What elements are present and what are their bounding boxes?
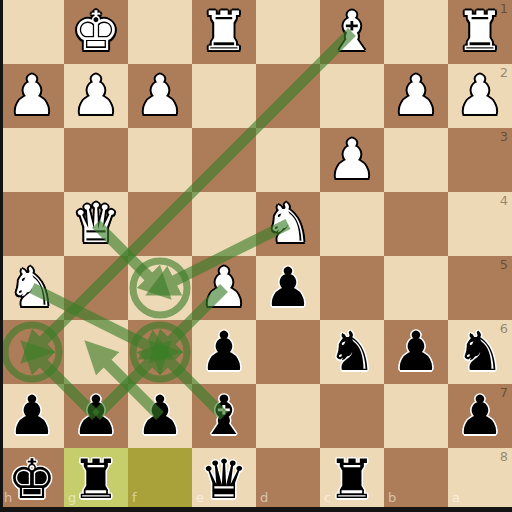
chess-board: ♚♜♝1♜♟♟♟♟2♟♟3♛♞4♞♟♟5♟♞♟6♞♟♟♟♝7♟h♚g♜fe♛dc… <box>0 0 512 512</box>
square-c8[interactable]: c♜ <box>320 448 384 512</box>
board-edge-left <box>0 0 3 512</box>
square-h8[interactable]: h♚ <box>0 448 64 512</box>
square-c6[interactable]: ♞ <box>320 320 384 384</box>
square-d1[interactable] <box>256 0 320 64</box>
white-knight-d4[interactable]: ♞ <box>256 192 320 256</box>
black-pawn-d5[interactable]: ♟ <box>256 256 320 320</box>
white-pawn-g2[interactable]: ♟ <box>64 64 128 128</box>
square-h7[interactable]: ♟ <box>0 384 64 448</box>
square-d3[interactable] <box>256 128 320 192</box>
square-g8[interactable]: g♜ <box>64 448 128 512</box>
square-b5[interactable] <box>384 256 448 320</box>
square-f4[interactable] <box>128 192 192 256</box>
square-f6[interactable] <box>128 320 192 384</box>
board-edge-bottom <box>0 507 512 512</box>
black-knight-a6[interactable]: ♞ <box>448 320 512 384</box>
square-g3[interactable] <box>64 128 128 192</box>
square-f5[interactable] <box>128 256 192 320</box>
square-c4[interactable] <box>320 192 384 256</box>
square-b3[interactable] <box>384 128 448 192</box>
square-g1[interactable]: ♚ <box>64 0 128 64</box>
rank-label-3: 3 <box>500 129 508 144</box>
square-e8[interactable]: e♛ <box>192 448 256 512</box>
square-d6[interactable] <box>256 320 320 384</box>
square-b1[interactable] <box>384 0 448 64</box>
square-g5[interactable] <box>64 256 128 320</box>
square-d4[interactable]: ♞ <box>256 192 320 256</box>
square-e2[interactable] <box>192 64 256 128</box>
black-rook-g8[interactable]: ♜ <box>64 448 128 512</box>
black-bishop-e7[interactable]: ♝ <box>192 384 256 448</box>
square-f8[interactable]: f <box>128 448 192 512</box>
square-a6[interactable]: 6♞ <box>448 320 512 384</box>
black-pawn-b6[interactable]: ♟ <box>384 320 448 384</box>
square-b2[interactable]: ♟ <box>384 64 448 128</box>
square-f3[interactable] <box>128 128 192 192</box>
square-c2[interactable] <box>320 64 384 128</box>
black-pawn-h7[interactable]: ♟ <box>0 384 64 448</box>
file-label-b: b <box>388 490 396 505</box>
white-pawn-e5[interactable]: ♟ <box>192 256 256 320</box>
square-h5[interactable]: ♞ <box>0 256 64 320</box>
white-knight-h5[interactable]: ♞ <box>0 256 64 320</box>
square-a8[interactable]: a8 <box>448 448 512 512</box>
square-d8[interactable]: d <box>256 448 320 512</box>
square-a4[interactable]: 4 <box>448 192 512 256</box>
square-a2[interactable]: 2♟ <box>448 64 512 128</box>
square-e3[interactable] <box>192 128 256 192</box>
rank-label-4: 4 <box>500 193 508 208</box>
square-d2[interactable] <box>256 64 320 128</box>
square-h2[interactable]: ♟ <box>0 64 64 128</box>
rank-label-5: 5 <box>500 257 508 272</box>
rank-label-8: 8 <box>500 449 508 464</box>
black-pawn-a7[interactable]: ♟ <box>448 384 512 448</box>
square-d5[interactable]: ♟ <box>256 256 320 320</box>
square-e1[interactable]: ♜ <box>192 0 256 64</box>
square-c5[interactable] <box>320 256 384 320</box>
white-pawn-c3[interactable]: ♟ <box>320 128 384 192</box>
black-pawn-e6[interactable]: ♟ <box>192 320 256 384</box>
black-queen-e8[interactable]: ♛ <box>192 448 256 512</box>
white-pawn-f2[interactable]: ♟ <box>128 64 192 128</box>
square-h3[interactable] <box>0 128 64 192</box>
white-king-g1[interactable]: ♚ <box>64 0 128 64</box>
square-d7[interactable] <box>256 384 320 448</box>
square-e6[interactable]: ♟ <box>192 320 256 384</box>
square-a3[interactable]: 3 <box>448 128 512 192</box>
square-b8[interactable]: b <box>384 448 448 512</box>
square-a1[interactable]: 1♜ <box>448 0 512 64</box>
square-b4[interactable] <box>384 192 448 256</box>
black-knight-c6[interactable]: ♞ <box>320 320 384 384</box>
square-c3[interactable]: ♟ <box>320 128 384 192</box>
chess-board-screenshot: ♚♜♝1♜♟♟♟♟2♟♟3♛♞4♞♟♟5♟♞♟6♞♟♟♟♝7♟h♚g♜fe♛dc… <box>0 0 512 512</box>
square-a5[interactable]: 5 <box>448 256 512 320</box>
black-pawn-g7[interactable]: ♟ <box>64 384 128 448</box>
square-b7[interactable] <box>384 384 448 448</box>
black-pawn-f7[interactable]: ♟ <box>128 384 192 448</box>
white-pawn-a2[interactable]: ♟ <box>448 64 512 128</box>
white-rook-e1[interactable]: ♜ <box>192 0 256 64</box>
file-label-a: a <box>452 490 460 505</box>
square-c7[interactable] <box>320 384 384 448</box>
white-bishop-c1[interactable]: ♝ <box>320 0 384 64</box>
file-label-f: f <box>132 490 137 505</box>
square-c1[interactable]: ♝ <box>320 0 384 64</box>
square-g7[interactable]: ♟ <box>64 384 128 448</box>
square-h6[interactable] <box>0 320 64 384</box>
file-label-d: d <box>260 490 268 505</box>
square-e7[interactable]: ♝ <box>192 384 256 448</box>
black-rook-c8[interactable]: ♜ <box>320 448 384 512</box>
square-e4[interactable] <box>192 192 256 256</box>
white-pawn-h2[interactable]: ♟ <box>0 64 64 128</box>
square-h1[interactable] <box>0 0 64 64</box>
square-f7[interactable]: ♟ <box>128 384 192 448</box>
square-g2[interactable]: ♟ <box>64 64 128 128</box>
black-king-h8[interactable]: ♚ <box>0 448 64 512</box>
square-f1[interactable] <box>128 0 192 64</box>
square-h4[interactable] <box>0 192 64 256</box>
square-g4[interactable]: ♛ <box>64 192 128 256</box>
square-f2[interactable]: ♟ <box>128 64 192 128</box>
square-a7[interactable]: 7♟ <box>448 384 512 448</box>
white-queen-g4[interactable]: ♛ <box>64 192 128 256</box>
square-g6[interactable] <box>64 320 128 384</box>
white-rook-a1[interactable]: ♜ <box>448 0 512 64</box>
square-e5[interactable]: ♟ <box>192 256 256 320</box>
square-b6[interactable]: ♟ <box>384 320 448 384</box>
white-pawn-b2[interactable]: ♟ <box>384 64 448 128</box>
